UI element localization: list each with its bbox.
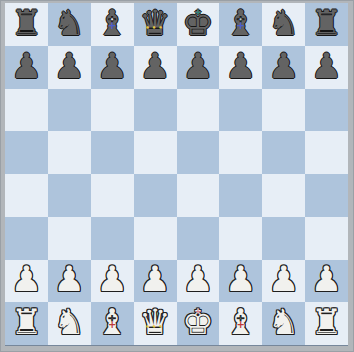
white-king[interactable]: ♚+: [182, 305, 213, 340]
square-d4[interactable]: [134, 174, 177, 217]
square-d6[interactable]: [134, 89, 177, 132]
square-d1[interactable]: ♛•••: [134, 302, 177, 345]
square-d7[interactable]: ♟: [134, 46, 177, 89]
white-king-cross-icon: +: [194, 307, 202, 316]
square-g6[interactable]: [262, 89, 305, 132]
black-pawn[interactable]: ♟: [225, 49, 256, 84]
square-g7[interactable]: ♟: [262, 46, 305, 89]
square-b2[interactable]: ♟: [48, 260, 91, 303]
square-g1[interactable]: ♞: [262, 302, 305, 345]
black-pawn[interactable]: ♟: [11, 49, 42, 84]
black-pawn[interactable]: ♟: [268, 49, 299, 84]
square-f7[interactable]: ♟: [219, 46, 262, 89]
square-g5[interactable]: [262, 131, 305, 174]
square-b6[interactable]: [48, 89, 91, 132]
square-g2[interactable]: ♟: [262, 260, 305, 303]
white-bishop-cross-icon: +: [108, 320, 116, 330]
square-f4[interactable]: [219, 174, 262, 217]
square-h4[interactable]: [305, 174, 348, 217]
square-a6[interactable]: [5, 89, 48, 132]
square-a5[interactable]: [5, 131, 48, 174]
chess-board: ♜♞♝+♛•••♚+♝+♞♜♟♟♟♟♟♟♟♟♟♟♟♟♟♟♟♟♜♞♝+♛•••♚+…: [0, 0, 354, 352]
black-queen-jewels-icon: •••: [145, 25, 164, 32]
square-b3[interactable]: [48, 217, 91, 260]
square-f3[interactable]: [219, 217, 262, 260]
square-a4[interactable]: [5, 174, 48, 217]
square-c8[interactable]: ♝+: [91, 3, 134, 46]
white-pawn[interactable]: ♟: [182, 262, 213, 297]
square-d3[interactable]: [134, 217, 177, 260]
black-queen[interactable]: ♛•••: [139, 6, 170, 41]
square-e3[interactable]: [177, 217, 220, 260]
square-e8[interactable]: ♚+: [177, 3, 220, 46]
white-pawn[interactable]: ♟: [268, 262, 299, 297]
square-c4[interactable]: [91, 174, 134, 217]
square-h6[interactable]: [305, 89, 348, 132]
white-rook[interactable]: ♜: [311, 305, 342, 340]
black-king-cross-icon: +: [194, 8, 202, 17]
square-c2[interactable]: ♟: [91, 260, 134, 303]
board-grid: ♜♞♝+♛•••♚+♝+♞♜♟♟♟♟♟♟♟♟♟♟♟♟♟♟♟♟♜♞♝+♛•••♚+…: [5, 3, 348, 345]
square-b5[interactable]: [48, 131, 91, 174]
square-h5[interactable]: [305, 131, 348, 174]
square-g4[interactable]: [262, 174, 305, 217]
black-bishop[interactable]: ♝+: [96, 6, 127, 41]
square-a8[interactable]: ♜: [5, 3, 48, 46]
square-e4[interactable]: [177, 174, 220, 217]
square-e5[interactable]: [177, 131, 220, 174]
white-knight[interactable]: ♞: [268, 305, 299, 340]
square-b8[interactable]: ♞: [48, 3, 91, 46]
square-f6[interactable]: [219, 89, 262, 132]
white-pawn[interactable]: ♟: [96, 262, 127, 297]
square-c6[interactable]: [91, 89, 134, 132]
square-g8[interactable]: ♞: [262, 3, 305, 46]
square-g3[interactable]: [262, 217, 305, 260]
black-pawn[interactable]: ♟: [54, 49, 85, 84]
black-pawn[interactable]: ♟: [139, 49, 170, 84]
square-d2[interactable]: ♟: [134, 260, 177, 303]
square-f1[interactable]: ♝+: [219, 302, 262, 345]
square-c7[interactable]: ♟: [91, 46, 134, 89]
white-bishop-cross-icon: +: [237, 320, 245, 330]
white-pawn[interactable]: ♟: [225, 262, 256, 297]
white-pawn[interactable]: ♟: [311, 262, 342, 297]
square-h1[interactable]: ♜: [305, 302, 348, 345]
square-d5[interactable]: [134, 131, 177, 174]
white-rook[interactable]: ♜: [11, 305, 42, 340]
white-pawn[interactable]: ♟: [11, 262, 42, 297]
square-b1[interactable]: ♞: [48, 302, 91, 345]
square-h2[interactable]: ♟: [305, 260, 348, 303]
square-b4[interactable]: [48, 174, 91, 217]
square-e1[interactable]: ♚+: [177, 302, 220, 345]
square-d8[interactable]: ♛•••: [134, 3, 177, 46]
black-knight[interactable]: ♞: [54, 6, 85, 41]
square-c3[interactable]: [91, 217, 134, 260]
black-rook[interactable]: ♜: [11, 6, 42, 41]
square-h3[interactable]: [305, 217, 348, 260]
black-pawn[interactable]: ♟: [182, 49, 213, 84]
black-bishop[interactable]: ♝+: [225, 6, 256, 41]
square-b7[interactable]: ♟: [48, 46, 91, 89]
square-f5[interactable]: [219, 131, 262, 174]
square-a3[interactable]: [5, 217, 48, 260]
square-e7[interactable]: ♟: [177, 46, 220, 89]
black-rook[interactable]: ♜: [311, 6, 342, 41]
square-c1[interactable]: ♝+: [91, 302, 134, 345]
square-e6[interactable]: [177, 89, 220, 132]
white-bishop[interactable]: ♝+: [225, 305, 256, 340]
white-bishop[interactable]: ♝+: [96, 305, 127, 340]
black-king[interactable]: ♚+: [182, 6, 213, 41]
square-f8[interactable]: ♝+: [219, 3, 262, 46]
square-h8[interactable]: ♜: [305, 3, 348, 46]
square-c5[interactable]: [91, 131, 134, 174]
black-bishop-cross-icon: +: [108, 21, 116, 31]
black-pawn[interactable]: ♟: [96, 49, 127, 84]
white-pawn[interactable]: ♟: [139, 262, 170, 297]
white-knight[interactable]: ♞: [54, 305, 85, 340]
square-a7[interactable]: ♟: [5, 46, 48, 89]
white-queen-jewels-icon: •••: [145, 324, 164, 331]
square-h7[interactable]: ♟: [305, 46, 348, 89]
square-a2[interactable]: ♟: [5, 260, 48, 303]
square-e2[interactable]: ♟: [177, 260, 220, 303]
black-bishop-cross-icon: +: [237, 21, 245, 31]
black-pawn[interactable]: ♟: [311, 49, 342, 84]
black-knight[interactable]: ♞: [268, 6, 299, 41]
white-queen[interactable]: ♛•••: [139, 305, 170, 340]
white-pawn[interactable]: ♟: [54, 262, 85, 297]
square-f2[interactable]: ♟: [219, 260, 262, 303]
square-a1[interactable]: ♜: [5, 302, 48, 345]
